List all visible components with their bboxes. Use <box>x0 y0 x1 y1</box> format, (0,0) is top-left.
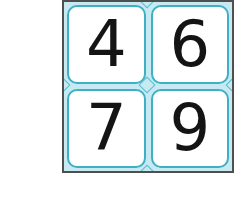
cell-value: 7 <box>86 96 127 160</box>
cell-value: 6 <box>169 12 210 76</box>
cell-r0c1: 6 <box>151 5 230 84</box>
cell-r1c1: 9 <box>151 89 230 168</box>
cell-value: 4 <box>86 12 127 76</box>
cell-r0c0: 4 <box>67 5 146 84</box>
game-board: 4 6 7 9 <box>62 0 234 173</box>
cell-value: 9 <box>169 96 210 160</box>
cell-r1c0: 7 <box>67 89 146 168</box>
